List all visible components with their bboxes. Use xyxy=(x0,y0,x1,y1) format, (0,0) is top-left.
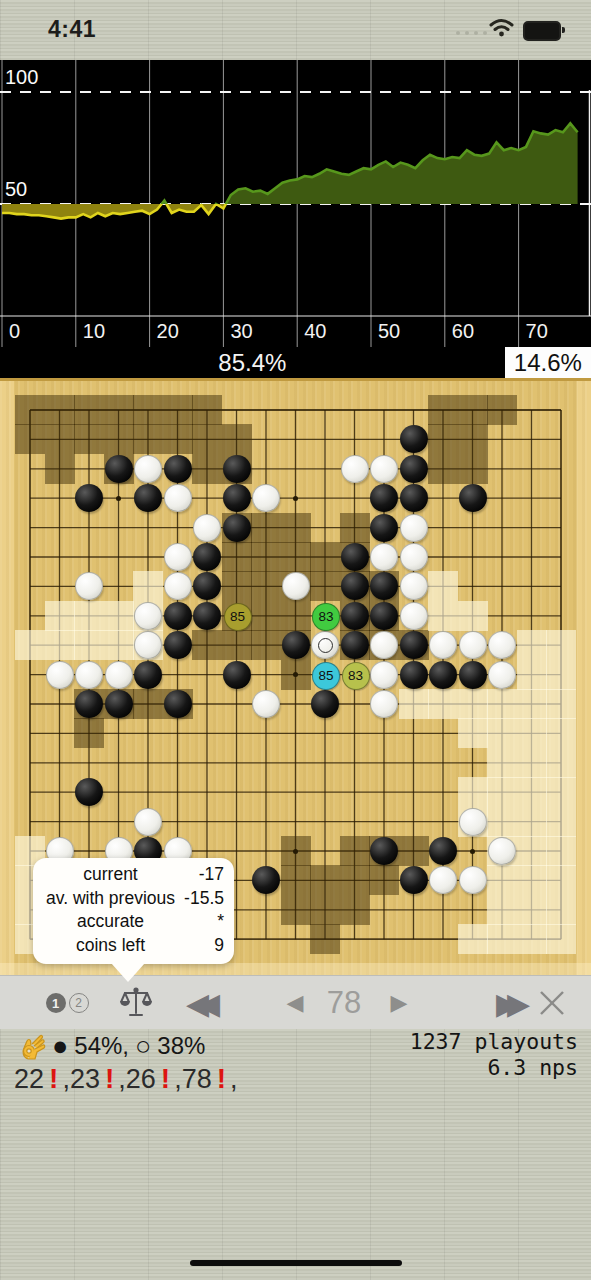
black-territory-cell xyxy=(192,395,222,425)
black-territory-cell xyxy=(281,542,311,572)
move-pair-button[interactable]: 1 2 xyxy=(44,976,90,1030)
white-stone xyxy=(134,808,162,836)
tooltip-value: -15.5 xyxy=(180,888,224,909)
toolbar: 1 2 ◀◀ ◀ 78 ▶ ▶▶ xyxy=(0,975,591,1029)
close-button[interactable] xyxy=(534,976,570,1030)
white-stone xyxy=(311,631,339,659)
black-territory-cell xyxy=(399,836,429,866)
white-territory-cell xyxy=(517,660,547,690)
tooltip-value: * xyxy=(180,911,224,932)
white-territory-cell xyxy=(517,777,547,807)
black-territory-cell xyxy=(192,630,222,660)
white-territory-cell xyxy=(517,718,547,748)
white-territory-cell xyxy=(517,836,547,866)
black-stone xyxy=(75,690,103,718)
black-stone xyxy=(164,631,192,659)
tooltip-label: accurate xyxy=(41,911,180,932)
app-screen: 4:41 01020304050607010050 85.4% 14.6% 85… xyxy=(0,0,591,1280)
black-disc-icon: ● xyxy=(52,1033,68,1060)
black-territory-cell xyxy=(163,424,193,454)
black-territory-cell xyxy=(15,395,45,425)
fast-rewind-icon: ◀◀ xyxy=(186,986,208,1021)
white-stone xyxy=(370,690,398,718)
black-territory-cell xyxy=(133,424,163,454)
white-territory-cell xyxy=(45,601,75,631)
mistake-move-number[interactable]: 78 xyxy=(182,1064,212,1094)
black-territory-cell xyxy=(133,395,163,425)
star-point xyxy=(470,849,475,854)
white-stone xyxy=(459,866,487,894)
separator: , xyxy=(62,1064,70,1094)
status-bar: 4:41 xyxy=(0,0,591,60)
star-point xyxy=(116,496,121,501)
white-territory-cell xyxy=(74,630,104,660)
white-stone xyxy=(193,514,221,542)
white-territory-cell xyxy=(458,777,488,807)
black-stone xyxy=(75,778,103,806)
black-territory-cell xyxy=(251,542,281,572)
black-stone xyxy=(223,661,251,689)
black-stone xyxy=(400,866,428,894)
white-territory-cell xyxy=(517,895,547,925)
white-territory-cell xyxy=(458,601,488,631)
black-stone xyxy=(341,631,369,659)
black-stone xyxy=(311,690,339,718)
board-edge xyxy=(0,963,591,975)
black-stone xyxy=(105,455,133,483)
white-stone xyxy=(370,455,398,483)
x-tick-label: 20 xyxy=(157,320,179,342)
white-territory-cell xyxy=(487,807,517,837)
black-territory-cell xyxy=(340,513,370,543)
white-stone xyxy=(164,572,192,600)
white-territory-cell xyxy=(428,689,458,719)
white-territory-cell xyxy=(487,865,517,895)
home-indicator[interactable] xyxy=(190,1260,402,1266)
black-territory-cell xyxy=(45,454,75,484)
black-territory-cell xyxy=(428,454,458,484)
black-territory-cell xyxy=(192,454,222,484)
black-stone xyxy=(223,514,251,542)
black-stone xyxy=(75,484,103,512)
black-territory-cell xyxy=(310,924,340,954)
black-territory-cell xyxy=(281,895,311,925)
black-territory-cell xyxy=(222,424,252,454)
star-point xyxy=(293,496,298,501)
x-tick-label: 70 xyxy=(526,320,548,342)
white-stone xyxy=(252,484,280,512)
tooltip-value: -17 xyxy=(180,864,224,885)
white-territory-cell xyxy=(428,601,458,631)
black-territory-cell xyxy=(74,718,104,748)
white-stone xyxy=(105,661,133,689)
black-territory-cell xyxy=(281,601,311,631)
black-win-percent: 85.4% xyxy=(0,347,505,378)
white-stone xyxy=(400,514,428,542)
black-stone xyxy=(223,484,251,512)
white-stone xyxy=(282,572,310,600)
black-stone xyxy=(105,690,133,718)
white-territory-cell xyxy=(458,718,488,748)
cell-signal-icon xyxy=(456,31,487,35)
fast-forward-icon: ▶▶ xyxy=(496,986,518,1021)
wifi-icon xyxy=(489,18,514,38)
tooltip-value: 9 xyxy=(180,935,224,956)
white-territory-cell xyxy=(517,924,547,954)
black-territory-cell xyxy=(281,865,311,895)
white-win-percent: 14.6% xyxy=(505,347,591,378)
white-stone xyxy=(488,837,516,865)
black-stone xyxy=(370,837,398,865)
white-territory-cell xyxy=(104,630,134,660)
x-tick-label: 0 xyxy=(9,320,20,342)
score-tooltip: current-17av. with previous-15.5accurate… xyxy=(33,858,234,964)
white-stone xyxy=(488,661,516,689)
white-territory-cell xyxy=(487,924,517,954)
black-territory-cell xyxy=(15,424,45,454)
y-tick-label: 50 xyxy=(5,178,27,200)
mistake-icon: ! xyxy=(49,1063,58,1094)
white-territory-cell xyxy=(517,865,547,895)
white-disc-icon: ○ xyxy=(135,1033,151,1060)
white-territory-cell xyxy=(487,748,517,778)
black-territory-cell xyxy=(310,865,340,895)
scale-icon xyxy=(119,986,153,1020)
mistake-icon: ! xyxy=(161,1063,170,1094)
step-forward-button[interactable]: ▶ xyxy=(386,976,412,1030)
y-tick-label: 100 xyxy=(5,66,38,88)
white-stone xyxy=(459,631,487,659)
x-tick-label: 60 xyxy=(452,320,474,342)
nps-value: 6.3 nps xyxy=(410,1055,578,1081)
black-territory-cell xyxy=(281,513,311,543)
black-territory-cell xyxy=(133,689,163,719)
black-territory-cell xyxy=(74,395,104,425)
white-stone xyxy=(370,543,398,571)
x-tick-label: 40 xyxy=(304,320,326,342)
white-territory-cell xyxy=(15,630,45,660)
white-territory-cell xyxy=(546,924,576,954)
white-territory-cell xyxy=(546,777,576,807)
mistake-icon: ! xyxy=(217,1063,226,1094)
black-stone xyxy=(223,455,251,483)
black-territory-cell xyxy=(251,601,281,631)
black-stone xyxy=(459,484,487,512)
white-stone xyxy=(134,602,162,630)
battery-icon xyxy=(523,21,561,41)
black-stone xyxy=(164,690,192,718)
black-territory-cell xyxy=(369,865,399,895)
mistake-move-list[interactable]: 22!,23!,26!,78!, xyxy=(14,1063,238,1095)
candidate-move-mark[interactable]: 83 xyxy=(312,603,340,631)
white-stone xyxy=(400,543,428,571)
candidate-move-mark[interactable]: 85 xyxy=(224,603,252,631)
black-territory-cell xyxy=(104,395,134,425)
black-territory-cell xyxy=(428,395,458,425)
white-territory-cell xyxy=(458,689,488,719)
white-territory-cell xyxy=(517,689,547,719)
white-stone xyxy=(400,572,428,600)
tooltip-row: current-17 xyxy=(41,864,224,888)
tooltip-row: av. with previous-15.5 xyxy=(41,888,224,912)
white-stone xyxy=(75,661,103,689)
black-stone xyxy=(429,837,457,865)
white-stone xyxy=(429,631,457,659)
white-territory-cell xyxy=(74,601,104,631)
black-territory-cell xyxy=(251,630,281,660)
separator: , xyxy=(230,1064,238,1094)
close-icon xyxy=(537,988,567,1018)
black-territory-cell xyxy=(458,424,488,454)
black-stone xyxy=(400,425,428,453)
black-stone xyxy=(400,484,428,512)
go-board[interactable]: 85838583 current-17av. with previous-15.… xyxy=(0,378,591,975)
white-stone xyxy=(488,631,516,659)
white-territory-cell xyxy=(458,924,488,954)
move-one-icon: 1 xyxy=(46,993,66,1013)
white-territory-cell xyxy=(487,777,517,807)
step-back-icon: ◀ xyxy=(287,990,304,1016)
white-territory-cell xyxy=(428,571,458,601)
white-territory-cell xyxy=(517,748,547,778)
white-territory-cell xyxy=(517,630,547,660)
white-stone xyxy=(252,690,280,718)
white-territory-cell xyxy=(546,807,576,837)
black-territory-cell xyxy=(251,571,281,601)
star-point xyxy=(293,849,298,854)
white-winrate: 38% xyxy=(157,1032,205,1060)
black-stone xyxy=(341,602,369,630)
white-territory-cell xyxy=(546,630,576,660)
mistake-move-number[interactable]: 22 xyxy=(14,1064,44,1094)
separator: , xyxy=(118,1064,126,1094)
black-territory-cell xyxy=(222,630,252,660)
black-territory-cell xyxy=(458,454,488,484)
black-stone xyxy=(193,602,221,630)
black-territory-cell xyxy=(310,895,340,925)
x-tick-label: 30 xyxy=(230,320,252,342)
move-number: 78 xyxy=(318,976,370,1030)
white-territory-cell xyxy=(546,660,576,690)
black-territory-cell xyxy=(310,542,340,572)
white-stone xyxy=(164,484,192,512)
last-move-circle-marker xyxy=(318,638,333,653)
white-territory-cell xyxy=(546,865,576,895)
black-territory-cell xyxy=(192,424,222,454)
playouts-count: 1237 playouts xyxy=(410,1029,578,1055)
black-territory-cell xyxy=(310,571,340,601)
white-territory-cell xyxy=(487,895,517,925)
black-territory-cell xyxy=(222,542,252,572)
score-estimate-button[interactable] xyxy=(118,976,154,1030)
tooltip-label: current xyxy=(41,864,180,885)
mistake-move-number[interactable]: 23 xyxy=(70,1064,100,1094)
black-territory-cell xyxy=(45,424,75,454)
white-territory-cell xyxy=(45,630,75,660)
black-territory-cell xyxy=(45,395,75,425)
tooltip-row: coins left9 xyxy=(41,935,224,959)
black-stone xyxy=(282,631,310,659)
black-stone xyxy=(429,661,457,689)
black-territory-cell xyxy=(428,424,458,454)
win-probability-bar: 85.4% 14.6% xyxy=(0,347,591,378)
ok-hand-icon xyxy=(20,1032,46,1060)
white-territory-cell xyxy=(487,718,517,748)
black-territory-cell xyxy=(163,395,193,425)
black-stone xyxy=(164,455,192,483)
black-stone xyxy=(400,661,428,689)
black-stone xyxy=(459,661,487,689)
step-forward-icon: ▶ xyxy=(391,990,408,1016)
white-stone xyxy=(164,543,192,571)
winrate-summary: ● 54%, ○ 38% xyxy=(20,1032,205,1060)
black-territory-cell xyxy=(74,424,104,454)
fast-rewind-button[interactable]: ◀◀ xyxy=(172,976,234,1030)
white-stone xyxy=(341,455,369,483)
mistake-icon: ! xyxy=(105,1063,114,1094)
black-stone xyxy=(164,602,192,630)
black-territory-cell xyxy=(104,424,134,454)
white-territory-cell xyxy=(133,571,163,601)
white-territory-cell xyxy=(517,807,547,837)
white-stone xyxy=(459,808,487,836)
separator: , xyxy=(174,1064,182,1094)
white-territory-cell xyxy=(546,689,576,719)
black-stone xyxy=(370,514,398,542)
black-territory-cell xyxy=(222,571,252,601)
analysis-info: ● 54%, ○ 38% 22!,23!,26!,78!, 1237 playo… xyxy=(0,1029,591,1149)
white-territory-cell xyxy=(104,601,134,631)
white-territory-cell xyxy=(487,689,517,719)
winrate-chart[interactable]: 01020304050607010050 xyxy=(0,60,591,347)
black-territory-cell xyxy=(340,836,370,866)
black-territory-cell xyxy=(340,895,370,925)
black-stone xyxy=(134,661,162,689)
x-tick-label: 50 xyxy=(378,320,400,342)
black-stone xyxy=(341,543,369,571)
white-territory-cell xyxy=(546,836,576,866)
black-stone xyxy=(134,484,162,512)
clock: 4:41 xyxy=(48,16,96,43)
white-stone xyxy=(134,631,162,659)
black-stone xyxy=(370,602,398,630)
tooltip-label: coins left xyxy=(41,935,180,956)
white-stone xyxy=(400,602,428,630)
black-territory-cell xyxy=(251,513,281,543)
candidate-move-mark[interactable]: 83 xyxy=(342,662,370,690)
tooltip-label: av. with previous xyxy=(41,888,180,909)
step-back-button[interactable]: ◀ xyxy=(282,976,308,1030)
tooltip-row: accurate* xyxy=(41,911,224,935)
black-stone xyxy=(370,484,398,512)
black-territory-cell xyxy=(487,395,517,425)
black-stone xyxy=(341,572,369,600)
black-stone xyxy=(193,543,221,571)
x-tick-label: 10 xyxy=(83,320,105,342)
white-stone xyxy=(370,661,398,689)
white-territory-cell xyxy=(399,689,429,719)
mistake-move-number[interactable]: 26 xyxy=(126,1064,156,1094)
white-territory-cell xyxy=(546,718,576,748)
white-territory-cell xyxy=(546,748,576,778)
candidate-move-mark[interactable]: 85 xyxy=(312,662,340,690)
black-territory-cell xyxy=(458,395,488,425)
white-stone xyxy=(370,631,398,659)
black-territory-cell xyxy=(340,865,370,895)
white-stone xyxy=(134,455,162,483)
engine-stats: 1237 playouts 6.3 nps xyxy=(410,1029,578,1081)
white-stone xyxy=(46,661,74,689)
move-two-icon: 2 xyxy=(69,993,89,1013)
black-stone xyxy=(400,631,428,659)
white-territory-cell xyxy=(546,895,576,925)
black-stone xyxy=(400,455,428,483)
black-winrate: 54%, xyxy=(74,1032,129,1060)
